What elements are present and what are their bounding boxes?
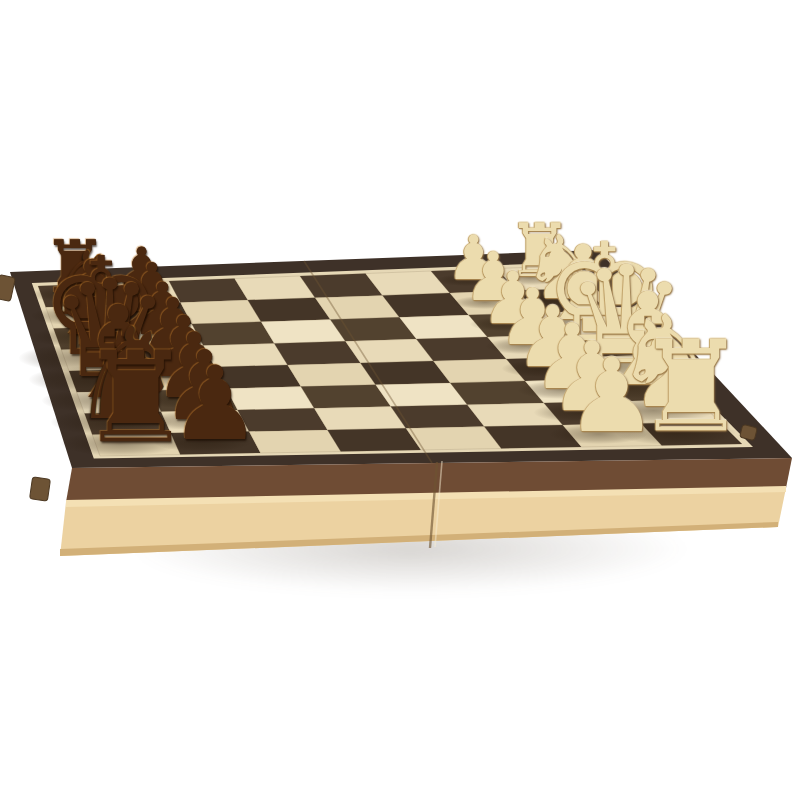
hinge-far-left	[0, 275, 15, 302]
square-e6	[203, 343, 287, 367]
square-h8	[38, 284, 113, 308]
square-c6	[226, 387, 314, 410]
square-h6	[169, 279, 248, 303]
square-a6	[249, 430, 341, 453]
product-photo: ♜♞♝♚♛♝♞♜♟♟♟♟♟♟♟♟♟♟♟♟♟♟♟♟♜♞♝♚♛♝♞♜	[0, 0, 800, 800]
square-f7	[123, 324, 204, 348]
square-b7	[161, 410, 249, 433]
square-a7	[171, 432, 261, 455]
square-e7	[132, 346, 215, 370]
square-c8	[77, 390, 161, 413]
clasp-near-left	[30, 477, 51, 501]
chess-board	[0, 0, 800, 800]
square-a8	[92, 433, 180, 456]
square-d8	[69, 369, 152, 392]
square-b5	[314, 407, 406, 430]
square-b6	[238, 408, 328, 431]
square-d7	[142, 367, 226, 390]
square-f6	[192, 322, 274, 346]
square-f8	[54, 326, 133, 350]
square-g6	[180, 300, 261, 324]
square-a5	[328, 428, 422, 451]
square-b8	[85, 412, 171, 435]
square-g8	[46, 305, 123, 329]
square-h7	[104, 281, 181, 305]
square-c5	[301, 385, 391, 409]
square-g7	[113, 303, 192, 327]
square-c7	[152, 389, 238, 412]
square-d6	[215, 365, 301, 389]
square-d5	[288, 363, 376, 387]
square-e8	[61, 348, 142, 371]
